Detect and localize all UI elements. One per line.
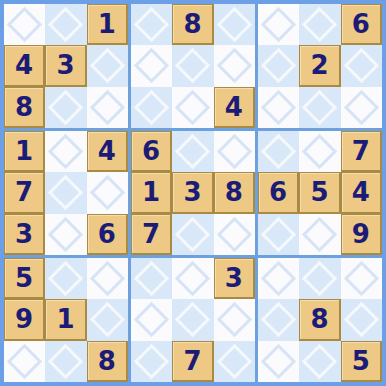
diamond-icon: [48, 217, 83, 252]
given-digit: 1: [98, 11, 116, 37]
given-digit: 2: [310, 52, 328, 78]
diamond-icon: [302, 261, 337, 296]
cell-r7c2[interactable]: [45, 258, 86, 299]
diamond-icon: [261, 261, 296, 296]
given-digit: 3: [56, 52, 74, 78]
block-1-3: 62: [258, 4, 382, 128]
cell-r8c6[interactable]: [214, 299, 255, 340]
block-3-3: 85: [258, 258, 382, 382]
cell-r1c3[interactable]: 1: [87, 4, 128, 45]
given-digit: 4: [98, 138, 116, 164]
cell-r3c3[interactable]: [87, 87, 128, 128]
diamond-icon: [175, 90, 210, 125]
cell-r1c2[interactable]: [45, 4, 86, 45]
given-digit: 7: [183, 348, 201, 374]
cell-r3c7[interactable]: [258, 87, 299, 128]
diamond-icon: [175, 261, 210, 296]
diamond-icon: [134, 302, 169, 337]
cell-r5c6[interactable]: 8: [214, 172, 255, 213]
diamond-icon: [302, 217, 337, 252]
cell-r5c4[interactable]: 1: [131, 172, 172, 213]
diamond-icon: [134, 90, 169, 125]
cell-r6c4[interactable]: 7: [131, 214, 172, 255]
diamond-icon: [7, 344, 42, 379]
given-digit: 1: [142, 179, 160, 205]
sudoku-board: 1438846214736613877654959183785: [0, 0, 386, 386]
cell-r8c8[interactable]: 8: [299, 299, 340, 340]
cell-r1c6[interactable]: [214, 4, 255, 45]
diamond-icon: [48, 175, 83, 210]
cell-r7c8[interactable]: [299, 258, 340, 299]
diamond-icon: [344, 48, 379, 83]
diamond-icon: [302, 90, 337, 125]
diamond-icon: [344, 261, 379, 296]
diamond-icon: [90, 90, 125, 125]
cell-r9c8[interactable]: [299, 341, 340, 382]
given-digit: 9: [15, 306, 33, 332]
diamond-icon: [134, 344, 169, 379]
given-digit: 5: [352, 348, 370, 374]
cell-r7c6[interactable]: 3: [214, 258, 255, 299]
diamond-icon: [175, 134, 210, 169]
cell-r1c9[interactable]: 6: [341, 4, 382, 45]
cell-r6c2[interactable]: [45, 214, 86, 255]
diamond-icon: [90, 261, 125, 296]
cell-r4c4[interactable]: 6: [131, 131, 172, 172]
cell-r4c5[interactable]: [172, 131, 213, 172]
cell-r2c1[interactable]: 4: [4, 45, 45, 86]
cell-r5c5[interactable]: 3: [172, 172, 213, 213]
given-digit: 8: [98, 348, 116, 374]
cell-r3c2[interactable]: [45, 87, 86, 128]
given-digit: 4: [225, 94, 243, 120]
given-digit: 9: [352, 221, 370, 247]
given-digit: 3: [15, 221, 33, 247]
cell-r3c9[interactable]: [341, 87, 382, 128]
cell-r9c4[interactable]: [131, 341, 172, 382]
given-digit: 4: [352, 179, 370, 205]
diamond-icon: [217, 344, 252, 379]
cell-r8c2[interactable]: 1: [45, 299, 86, 340]
cell-r6c9[interactable]: 9: [341, 214, 382, 255]
cell-r7c3[interactable]: [87, 258, 128, 299]
diamond-icon: [217, 134, 252, 169]
cell-r2c7[interactable]: [258, 45, 299, 86]
diamond-icon: [344, 302, 379, 337]
given-digit: 7: [142, 221, 160, 247]
cell-r4c1[interactable]: 1: [4, 131, 45, 172]
cell-r2c6[interactable]: [214, 45, 255, 86]
diamond-icon: [48, 7, 83, 42]
cell-r9c9[interactable]: 5: [341, 341, 382, 382]
cell-r4c9[interactable]: 7: [341, 131, 382, 172]
cell-r4c8[interactable]: [299, 131, 340, 172]
cell-r6c6[interactable]: [214, 214, 255, 255]
cell-r7c4[interactable]: [131, 258, 172, 299]
diamond-icon: [261, 7, 296, 42]
cell-r3c6[interactable]: 4: [214, 87, 255, 128]
cell-r2c2[interactable]: 3: [45, 45, 86, 86]
diamond-icon: [90, 175, 125, 210]
cell-r9c5[interactable]: 7: [172, 341, 213, 382]
given-digit: 3: [225, 265, 243, 291]
cell-r2c8[interactable]: 2: [299, 45, 340, 86]
given-digit: 1: [56, 306, 74, 332]
cell-r1c1[interactable]: [4, 4, 45, 45]
cell-r9c1[interactable]: [4, 341, 45, 382]
cell-r4c3[interactable]: 4: [87, 131, 128, 172]
diamond-icon: [217, 7, 252, 42]
cell-r5c3[interactable]: [87, 172, 128, 213]
diamond-icon: [48, 134, 83, 169]
diamond-icon: [7, 7, 42, 42]
diamond-icon: [261, 217, 296, 252]
given-digit: 5: [310, 179, 328, 205]
cell-r8c7[interactable]: [258, 299, 299, 340]
cell-r3c1[interactable]: 8: [4, 87, 45, 128]
cell-r4c7[interactable]: [258, 131, 299, 172]
cell-r2c3[interactable]: [87, 45, 128, 86]
given-digit: 7: [352, 138, 370, 164]
cell-r8c4[interactable]: [131, 299, 172, 340]
cell-r5c2[interactable]: [45, 172, 86, 213]
cell-r3c4[interactable]: [131, 87, 172, 128]
cell-r7c1[interactable]: 5: [4, 258, 45, 299]
diamond-icon: [261, 90, 296, 125]
cell-r6c3[interactable]: 6: [87, 214, 128, 255]
diamond-icon: [261, 344, 296, 379]
cell-r9c7[interactable]: [258, 341, 299, 382]
diamond-icon: [217, 48, 252, 83]
block-2-1: 14736: [4, 131, 128, 255]
cell-r5c8[interactable]: 5: [299, 172, 340, 213]
cell-r3c5[interactable]: [172, 87, 213, 128]
cell-r5c7[interactable]: 6: [258, 172, 299, 213]
given-digit: 1: [15, 138, 33, 164]
cell-r6c7[interactable]: [258, 214, 299, 255]
cell-r7c7[interactable]: [258, 258, 299, 299]
given-digit: 8: [310, 306, 328, 332]
diamond-icon: [48, 90, 83, 125]
diamond-icon: [261, 134, 296, 169]
diamond-icon: [48, 344, 83, 379]
given-digit: 8: [183, 11, 201, 37]
block-3-1: 5918: [4, 258, 128, 382]
diamond-icon: [261, 48, 296, 83]
cell-r8c5[interactable]: [172, 299, 213, 340]
cell-r5c1[interactable]: 7: [4, 172, 45, 213]
block-1-2: 84: [131, 4, 255, 128]
given-digit: 8: [225, 179, 243, 205]
given-digit: 6: [352, 11, 370, 37]
diamond-icon: [302, 344, 337, 379]
cell-r9c2[interactable]: [45, 341, 86, 382]
diamond-icon: [134, 7, 169, 42]
cell-r1c5[interactable]: 8: [172, 4, 213, 45]
cell-r1c8[interactable]: [299, 4, 340, 45]
cell-r8c1[interactable]: 9: [4, 299, 45, 340]
diamond-icon: [134, 48, 169, 83]
given-digit: 3: [183, 179, 201, 205]
given-digit: 6: [269, 179, 287, 205]
diamond-icon: [175, 48, 210, 83]
cell-r1c4[interactable]: [131, 4, 172, 45]
diamond-icon: [217, 302, 252, 337]
cell-r7c5[interactable]: [172, 258, 213, 299]
block-2-3: 76549: [258, 131, 382, 255]
cell-r7c9[interactable]: [341, 258, 382, 299]
cell-r4c6[interactable]: [214, 131, 255, 172]
cell-r3c8[interactable]: [299, 87, 340, 128]
cell-r5c9[interactable]: 4: [341, 172, 382, 213]
given-digit: 6: [98, 221, 116, 247]
given-digit: 7: [15, 179, 33, 205]
cell-r1c7[interactable]: [258, 4, 299, 45]
diamond-icon: [90, 302, 125, 337]
diamond-icon: [134, 261, 169, 296]
cell-r2c9[interactable]: [341, 45, 382, 86]
diamond-icon: [175, 217, 210, 252]
diamond-icon: [175, 302, 210, 337]
diamond-icon: [302, 134, 337, 169]
given-digit: 6: [142, 138, 160, 164]
cell-r4c2[interactable]: [45, 131, 86, 172]
given-digit: 5: [15, 265, 33, 291]
cell-r9c6[interactable]: [214, 341, 255, 382]
diamond-icon: [302, 7, 337, 42]
cell-r9c3[interactable]: 8: [87, 341, 128, 382]
given-digit: 8: [15, 94, 33, 120]
diamond-icon: [261, 302, 296, 337]
cell-r2c4[interactable]: [131, 45, 172, 86]
given-digit: 4: [15, 52, 33, 78]
block-3-2: 37: [131, 258, 255, 382]
diamond-icon: [48, 261, 83, 296]
diamond-icon: [344, 90, 379, 125]
cell-r6c8[interactable]: [299, 214, 340, 255]
cell-r2c5[interactable]: [172, 45, 213, 86]
diamond-icon: [90, 48, 125, 83]
cell-r8c3[interactable]: [87, 299, 128, 340]
cell-r8c9[interactable]: [341, 299, 382, 340]
block-1-1: 1438: [4, 4, 128, 128]
cell-r6c5[interactable]: [172, 214, 213, 255]
diamond-icon: [217, 217, 252, 252]
cell-r6c1[interactable]: 3: [4, 214, 45, 255]
block-2-2: 61387: [131, 131, 255, 255]
